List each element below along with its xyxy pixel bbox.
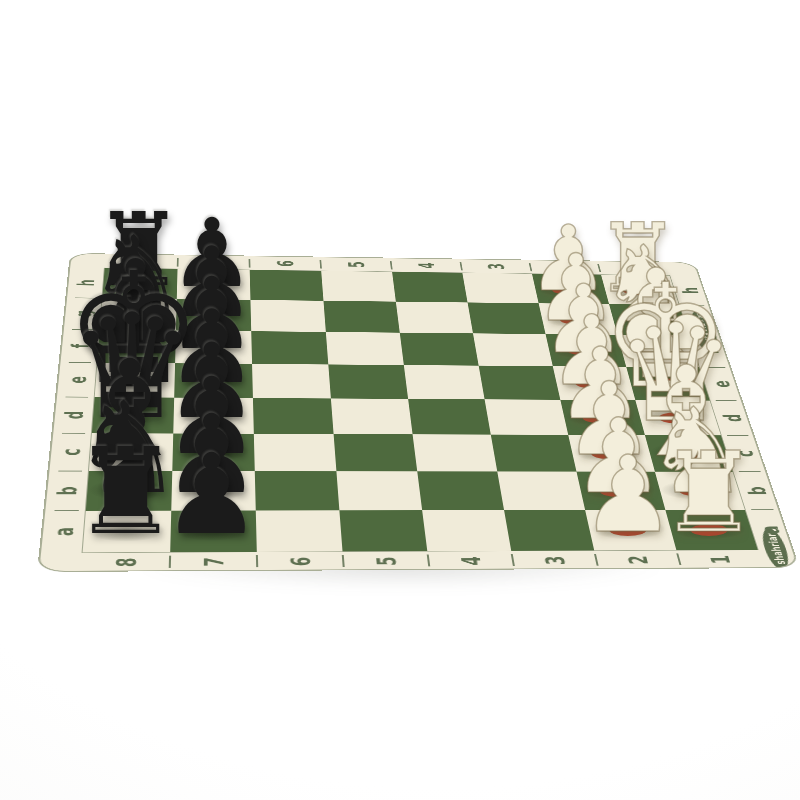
chess-set-photo: www.shahriar.com shahriar 88hh77gg66ff55… xyxy=(0,0,800,800)
pieces-layer: ♜♟♟♜♞♟♟♞♝♟♟♝♚♟♟♚♛♟♟♛♝♟♟♝♞♟♟♞♜♟♟♜ xyxy=(0,0,800,800)
white-rook-glyph: ♜ xyxy=(659,438,758,549)
black-pawn-glyph: ♟ xyxy=(162,439,262,550)
